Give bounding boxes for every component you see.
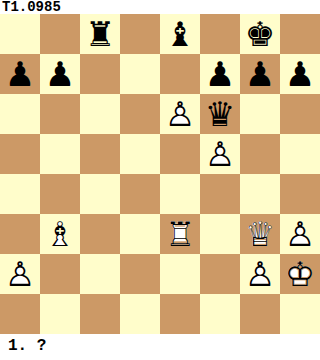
square-e1[interactable] xyxy=(160,294,200,334)
square-g7[interactable]: ♟ xyxy=(240,54,280,94)
black-king[interactable]: ♚ xyxy=(240,14,280,54)
black-pawn[interactable]: ♟ xyxy=(240,54,280,94)
square-g3[interactable]: ♛♕ xyxy=(240,214,280,254)
square-h3[interactable]: ♟♙ xyxy=(280,214,320,254)
piece-outline: ♕ xyxy=(240,214,280,254)
square-b8[interactable] xyxy=(40,14,80,54)
square-g1[interactable] xyxy=(240,294,280,334)
black-pawn[interactable]: ♟ xyxy=(0,54,40,94)
square-a6[interactable] xyxy=(0,94,40,134)
square-d8[interactable] xyxy=(120,14,160,54)
square-d7[interactable] xyxy=(120,54,160,94)
piece-outline: ♗ xyxy=(40,214,80,254)
white-pawn[interactable]: ♟♙ xyxy=(160,94,200,134)
square-a1[interactable] xyxy=(0,294,40,334)
square-c6[interactable] xyxy=(80,94,120,134)
square-c1[interactable] xyxy=(80,294,120,334)
black-queen[interactable]: ♛ xyxy=(200,94,240,134)
move-prompt: 1. ? xyxy=(8,337,46,355)
square-b7[interactable]: ♟ xyxy=(40,54,80,94)
square-h5[interactable] xyxy=(280,134,320,174)
square-b4[interactable] xyxy=(40,174,80,214)
square-f8[interactable] xyxy=(200,14,240,54)
piece-glyph: ♟ xyxy=(200,54,240,94)
square-a8[interactable] xyxy=(0,14,40,54)
square-e2[interactable] xyxy=(160,254,200,294)
square-e5[interactable] xyxy=(160,134,200,174)
square-b2[interactable] xyxy=(40,254,80,294)
exercise-id: T1.0985 xyxy=(2,0,61,15)
square-g5[interactable] xyxy=(240,134,280,174)
black-bishop[interactable]: ♝ xyxy=(160,14,200,54)
square-c5[interactable] xyxy=(80,134,120,174)
square-g2[interactable]: ♟♙ xyxy=(240,254,280,294)
square-d1[interactable] xyxy=(120,294,160,334)
square-f6[interactable]: ♛ xyxy=(200,94,240,134)
square-a4[interactable] xyxy=(0,174,40,214)
piece-glyph: ♚ xyxy=(240,14,280,54)
square-f2[interactable] xyxy=(200,254,240,294)
square-h7[interactable]: ♟ xyxy=(280,54,320,94)
footer-bar: 1. ? xyxy=(0,334,320,360)
black-rook[interactable]: ♜ xyxy=(80,14,120,54)
square-e6[interactable]: ♟♙ xyxy=(160,94,200,134)
chess-board: ♜♝♚♟♟♟♟♟♟♙♛♟♙♝♗♜♖♛♕♟♙♟♙♟♙♚♔ xyxy=(0,14,320,334)
square-d6[interactable] xyxy=(120,94,160,134)
square-f4[interactable] xyxy=(200,174,240,214)
square-g8[interactable]: ♚ xyxy=(240,14,280,54)
white-pawn[interactable]: ♟♙ xyxy=(200,134,240,174)
piece-outline: ♔ xyxy=(280,254,320,294)
square-a3[interactable] xyxy=(0,214,40,254)
square-d4[interactable] xyxy=(120,174,160,214)
square-d5[interactable] xyxy=(120,134,160,174)
piece-glyph: ♟ xyxy=(0,54,40,94)
square-a7[interactable]: ♟ xyxy=(0,54,40,94)
square-d3[interactable] xyxy=(120,214,160,254)
piece-glyph: ♟ xyxy=(40,54,80,94)
square-b3[interactable]: ♝♗ xyxy=(40,214,80,254)
black-pawn[interactable]: ♟ xyxy=(280,54,320,94)
square-c7[interactable] xyxy=(80,54,120,94)
square-f1[interactable] xyxy=(200,294,240,334)
square-b1[interactable] xyxy=(40,294,80,334)
white-king[interactable]: ♚♔ xyxy=(280,254,320,294)
square-c4[interactable] xyxy=(80,174,120,214)
square-a2[interactable]: ♟♙ xyxy=(0,254,40,294)
piece-glyph: ♟ xyxy=(240,54,280,94)
square-e7[interactable] xyxy=(160,54,200,94)
piece-outline: ♙ xyxy=(280,214,320,254)
piece-outline: ♙ xyxy=(0,254,40,294)
square-h1[interactable] xyxy=(280,294,320,334)
piece-outline: ♙ xyxy=(240,254,280,294)
square-a5[interactable] xyxy=(0,134,40,174)
square-g4[interactable] xyxy=(240,174,280,214)
square-c8[interactable]: ♜ xyxy=(80,14,120,54)
square-d2[interactable] xyxy=(120,254,160,294)
black-pawn[interactable]: ♟ xyxy=(40,54,80,94)
piece-glyph: ♟ xyxy=(280,54,320,94)
square-b6[interactable] xyxy=(40,94,80,134)
white-pawn[interactable]: ♟♙ xyxy=(0,254,40,294)
square-c2[interactable] xyxy=(80,254,120,294)
square-f3[interactable] xyxy=(200,214,240,254)
square-b5[interactable] xyxy=(40,134,80,174)
white-pawn[interactable]: ♟♙ xyxy=(240,254,280,294)
piece-outline: ♖ xyxy=(160,214,200,254)
black-pawn[interactable]: ♟ xyxy=(200,54,240,94)
white-rook[interactable]: ♜♖ xyxy=(160,214,200,254)
piece-outline: ♙ xyxy=(160,94,200,134)
piece-glyph: ♛ xyxy=(200,94,240,134)
white-pawn[interactable]: ♟♙ xyxy=(280,214,320,254)
square-h4[interactable] xyxy=(280,174,320,214)
square-f7[interactable]: ♟ xyxy=(200,54,240,94)
square-f5[interactable]: ♟♙ xyxy=(200,134,240,174)
square-e8[interactable]: ♝ xyxy=(160,14,200,54)
piece-outline: ♙ xyxy=(200,134,240,174)
square-e4[interactable] xyxy=(160,174,200,214)
square-e3[interactable]: ♜♖ xyxy=(160,214,200,254)
white-bishop[interactable]: ♝♗ xyxy=(40,214,80,254)
square-h6[interactable] xyxy=(280,94,320,134)
square-c3[interactable] xyxy=(80,214,120,254)
square-h2[interactable]: ♚♔ xyxy=(280,254,320,294)
square-h8[interactable] xyxy=(280,14,320,54)
piece-glyph: ♝ xyxy=(160,14,200,54)
piece-glyph: ♜ xyxy=(80,14,120,54)
white-queen[interactable]: ♛♕ xyxy=(240,214,280,254)
square-g6[interactable] xyxy=(240,94,280,134)
chess-app-window: T1.0985 ♜♝♚♟♟♟♟♟♟♙♛♟♙♝♗♜♖♛♕♟♙♟♙♟♙♚♔ 1. ? xyxy=(0,0,320,360)
header-bar: T1.0985 xyxy=(0,0,320,14)
